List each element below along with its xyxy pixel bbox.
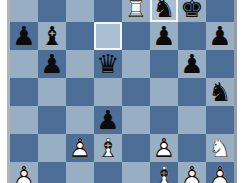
square-e8[interactable]: ♜♖: [122, 0, 150, 22]
square-e3[interactable]: [122, 134, 150, 162]
chess-app-screenshot: ♜♖♞♚♟♝♟♟♟♛♟♞♟♟♙♝♗♟♙♞♘♟♙♝♗♟♙♟♙: [0, 0, 245, 183]
white-pawn-icon: ♟♙: [150, 134, 178, 162]
square-a2[interactable]: ♟♙: [10, 162, 38, 183]
white-bishop-icon: ♝♗: [150, 162, 178, 183]
black-pawn-icon: ♟: [38, 50, 66, 78]
square-d8[interactable]: [94, 0, 122, 22]
square-h4[interactable]: [206, 106, 234, 134]
square-c3[interactable]: ♟♙: [66, 134, 94, 162]
square-d4[interactable]: ♟: [94, 106, 122, 134]
square-b2[interactable]: [38, 162, 66, 183]
square-f5[interactable]: [150, 78, 178, 106]
square-h7[interactable]: ♟: [206, 22, 234, 50]
square-g5[interactable]: [178, 78, 206, 106]
black-knight-icon: ♞: [150, 0, 178, 22]
white-pawn-icon: ♟♙: [178, 162, 206, 183]
square-a7[interactable]: ♟: [10, 22, 38, 50]
square-b6[interactable]: ♟: [38, 50, 66, 78]
square-b3[interactable]: [38, 134, 66, 162]
white-pawn-icon: ♟♙: [206, 162, 234, 183]
square-e6[interactable]: [122, 50, 150, 78]
black-bishop-icon: ♝: [38, 22, 66, 50]
black-king-icon: ♚: [178, 0, 206, 22]
square-a5[interactable]: [10, 78, 38, 106]
black-pawn-icon: ♟: [206, 22, 234, 50]
square-d3[interactable]: ♝♗: [94, 134, 122, 162]
square-c4[interactable]: [66, 106, 94, 134]
black-pawn-icon: ♟: [94, 106, 122, 134]
square-a6[interactable]: [10, 50, 38, 78]
square-b8[interactable]: [38, 0, 66, 22]
square-g7[interactable]: [178, 22, 206, 50]
square-g2[interactable]: ♟♙: [178, 162, 206, 183]
square-b4[interactable]: [38, 106, 66, 134]
square-g4[interactable]: [178, 106, 206, 134]
square-d6[interactable]: ♛: [94, 50, 122, 78]
square-f4[interactable]: [150, 106, 178, 134]
square-e4[interactable]: [122, 106, 150, 134]
square-e2[interactable]: [122, 162, 150, 183]
square-f6[interactable]: [150, 50, 178, 78]
black-pawn-icon: ♟: [150, 22, 178, 50]
square-h5[interactable]: ♞: [206, 78, 234, 106]
square-c7[interactable]: [66, 22, 94, 50]
square-d7[interactable]: [94, 22, 122, 50]
square-a4[interactable]: [10, 106, 38, 134]
square-h6[interactable]: [206, 50, 234, 78]
white-bishop-icon: ♝♗: [94, 134, 122, 162]
square-b7[interactable]: ♝: [38, 22, 66, 50]
square-a3[interactable]: [10, 134, 38, 162]
square-a8[interactable]: [10, 0, 38, 22]
square-h8[interactable]: [206, 0, 234, 22]
square-h2[interactable]: ♟♙: [206, 162, 234, 183]
square-f3[interactable]: ♟♙: [150, 134, 178, 162]
square-b5[interactable]: [38, 78, 66, 106]
board-frame: ♜♖♞♚♟♝♟♟♟♛♟♞♟♟♙♝♗♟♙♞♘♟♙♝♗♟♙♟♙: [7, 0, 237, 183]
black-pawn-icon: ♟: [10, 22, 38, 50]
chess-board: ♜♖♞♚♟♝♟♟♟♛♟♞♟♟♙♝♗♟♙♞♘♟♙♝♗♟♙♟♙: [10, 0, 234, 183]
square-c8[interactable]: [66, 0, 94, 22]
white-pawn-icon: ♟♙: [66, 134, 94, 162]
square-c5[interactable]: [66, 78, 94, 106]
square-f2[interactable]: ♝♗: [150, 162, 178, 183]
square-c6[interactable]: [66, 50, 94, 78]
white-knight-icon: ♞♘: [206, 134, 234, 162]
black-knight-icon: ♞: [206, 78, 234, 106]
square-f7[interactable]: ♟: [150, 22, 178, 50]
white-rook-icon: ♜♖: [122, 0, 150, 22]
square-c2[interactable]: [66, 162, 94, 183]
square-d5[interactable]: [94, 78, 122, 106]
white-pawn-icon: ♟♙: [10, 162, 38, 183]
square-g8[interactable]: ♚: [178, 0, 206, 22]
square-g3[interactable]: [178, 134, 206, 162]
square-e5[interactable]: [122, 78, 150, 106]
square-e7[interactable]: [122, 22, 150, 50]
square-f8[interactable]: ♞: [150, 0, 178, 22]
square-d2[interactable]: [94, 162, 122, 183]
square-g6[interactable]: ♟: [178, 50, 206, 78]
square-h3[interactable]: ♞♘: [206, 134, 234, 162]
black-queen-icon: ♛: [94, 50, 122, 78]
black-pawn-icon: ♟: [178, 50, 206, 78]
